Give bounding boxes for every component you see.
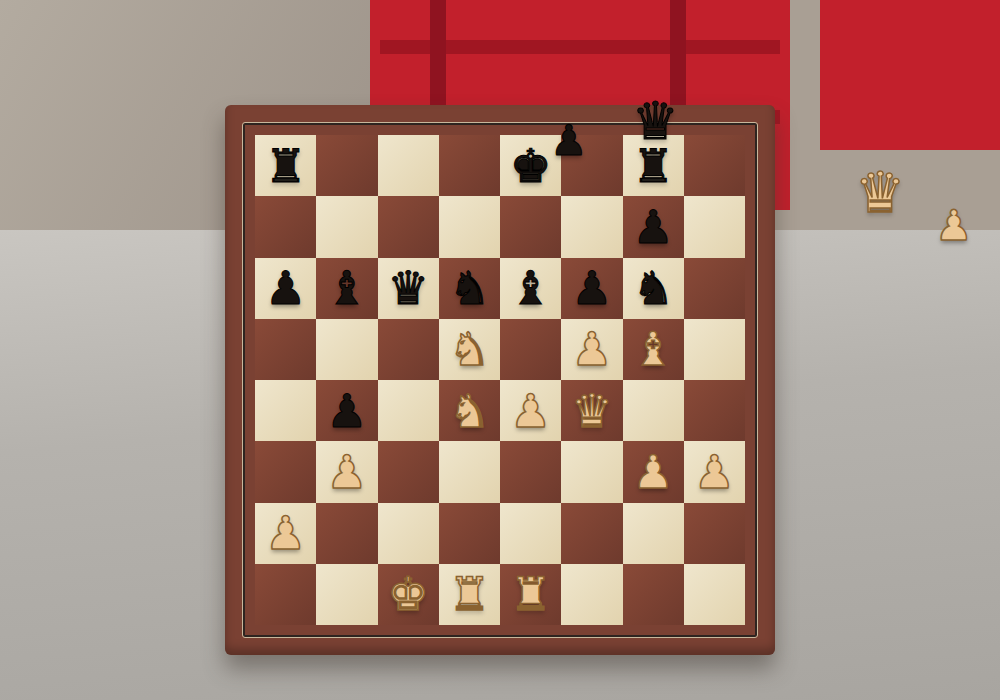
- square-f6[interactable]: ♟: [561, 258, 622, 319]
- white-pawn[interactable]: ♟: [326, 449, 367, 495]
- square-e5[interactable]: [500, 319, 561, 380]
- square-b2[interactable]: [316, 503, 377, 564]
- square-g3[interactable]: ♟: [623, 441, 684, 502]
- square-d5[interactable]: ♞: [439, 319, 500, 380]
- white-knight[interactable]: ♞: [449, 388, 490, 434]
- black-pawn[interactable]: ♟: [265, 265, 306, 311]
- square-e7[interactable]: [500, 196, 561, 257]
- square-g6[interactable]: ♞: [623, 258, 684, 319]
- square-b3[interactable]: ♟: [316, 441, 377, 502]
- captured-white-pawn[interactable]: ♟: [935, 205, 973, 247]
- chess-board: ♜♚♜♟♟♝♛♞♝♟♞♞♟♝♟♞♟♛♟♟♟♟♚♜♜: [225, 105, 775, 655]
- square-d8[interactable]: [439, 135, 500, 196]
- square-b1[interactable]: [316, 564, 377, 625]
- spare-white-queen[interactable]: ♛: [855, 165, 905, 221]
- square-c2[interactable]: [378, 503, 439, 564]
- square-b7[interactable]: [316, 196, 377, 257]
- white-king[interactable]: ♚: [388, 571, 429, 617]
- square-b4[interactable]: ♟: [316, 380, 377, 441]
- white-pawn[interactable]: ♟: [265, 510, 306, 556]
- red-cabinet-right: [820, 0, 1000, 150]
- captured-black-pawn[interactable]: ♟: [550, 120, 588, 162]
- square-e6[interactable]: ♝: [500, 258, 561, 319]
- square-d7[interactable]: [439, 196, 500, 257]
- square-c4[interactable]: [378, 380, 439, 441]
- square-e1[interactable]: ♜: [500, 564, 561, 625]
- white-rook[interactable]: ♜: [510, 571, 551, 617]
- square-a8[interactable]: ♜: [255, 135, 316, 196]
- spare-black-queen[interactable]: ♛: [632, 95, 679, 147]
- board-grid: ♜♚♜♟♟♝♛♞♝♟♞♞♟♝♟♞♟♛♟♟♟♟♚♜♜: [255, 135, 745, 625]
- square-a7[interactable]: [255, 196, 316, 257]
- square-h8[interactable]: [684, 135, 745, 196]
- square-a1[interactable]: [255, 564, 316, 625]
- square-h2[interactable]: [684, 503, 745, 564]
- black-knight[interactable]: ♞: [633, 265, 674, 311]
- white-pawn[interactable]: ♟: [571, 326, 612, 372]
- black-pawn[interactable]: ♟: [633, 204, 674, 250]
- square-b5[interactable]: [316, 319, 377, 380]
- white-pawn[interactable]: ♟: [510, 388, 551, 434]
- square-g1[interactable]: [623, 564, 684, 625]
- square-d2[interactable]: [439, 503, 500, 564]
- black-bishop[interactable]: ♝: [326, 265, 367, 311]
- square-d1[interactable]: ♜: [439, 564, 500, 625]
- square-h7[interactable]: [684, 196, 745, 257]
- square-f4[interactable]: ♛: [561, 380, 622, 441]
- square-c8[interactable]: [378, 135, 439, 196]
- square-e3[interactable]: [500, 441, 561, 502]
- square-g5[interactable]: ♝: [623, 319, 684, 380]
- black-queen[interactable]: ♛: [388, 265, 429, 311]
- black-rook[interactable]: ♜: [265, 143, 306, 189]
- square-h5[interactable]: [684, 319, 745, 380]
- square-f7[interactable]: [561, 196, 622, 257]
- square-f2[interactable]: [561, 503, 622, 564]
- square-a3[interactable]: [255, 441, 316, 502]
- square-e2[interactable]: [500, 503, 561, 564]
- white-queen[interactable]: ♛: [571, 388, 612, 434]
- square-c1[interactable]: ♚: [378, 564, 439, 625]
- square-f3[interactable]: [561, 441, 622, 502]
- square-g4[interactable]: [623, 380, 684, 441]
- white-pawn[interactable]: ♟: [694, 449, 735, 495]
- black-pawn[interactable]: ♟: [326, 388, 367, 434]
- square-c3[interactable]: [378, 441, 439, 502]
- square-g7[interactable]: ♟: [623, 196, 684, 257]
- square-h1[interactable]: [684, 564, 745, 625]
- white-rook[interactable]: ♜: [449, 571, 490, 617]
- white-pawn[interactable]: ♟: [633, 449, 674, 495]
- square-c7[interactable]: [378, 196, 439, 257]
- square-d4[interactable]: ♞: [439, 380, 500, 441]
- square-a4[interactable]: [255, 380, 316, 441]
- black-bishop[interactable]: ♝: [510, 265, 551, 311]
- black-knight[interactable]: ♞: [449, 265, 490, 311]
- square-d3[interactable]: [439, 441, 500, 502]
- square-b6[interactable]: ♝: [316, 258, 377, 319]
- square-h4[interactable]: [684, 380, 745, 441]
- square-g2[interactable]: [623, 503, 684, 564]
- square-e4[interactable]: ♟: [500, 380, 561, 441]
- white-bishop[interactable]: ♝: [633, 326, 674, 372]
- square-c6[interactable]: ♛: [378, 258, 439, 319]
- square-d6[interactable]: ♞: [439, 258, 500, 319]
- square-f5[interactable]: ♟: [561, 319, 622, 380]
- black-king[interactable]: ♚: [510, 143, 551, 189]
- square-h6[interactable]: [684, 258, 745, 319]
- square-f1[interactable]: [561, 564, 622, 625]
- square-b8[interactable]: [316, 135, 377, 196]
- white-knight[interactable]: ♞: [449, 326, 490, 372]
- square-a2[interactable]: ♟: [255, 503, 316, 564]
- square-h3[interactable]: ♟: [684, 441, 745, 502]
- square-a5[interactable]: [255, 319, 316, 380]
- square-c5[interactable]: [378, 319, 439, 380]
- black-pawn[interactable]: ♟: [571, 265, 612, 311]
- square-a6[interactable]: ♟: [255, 258, 316, 319]
